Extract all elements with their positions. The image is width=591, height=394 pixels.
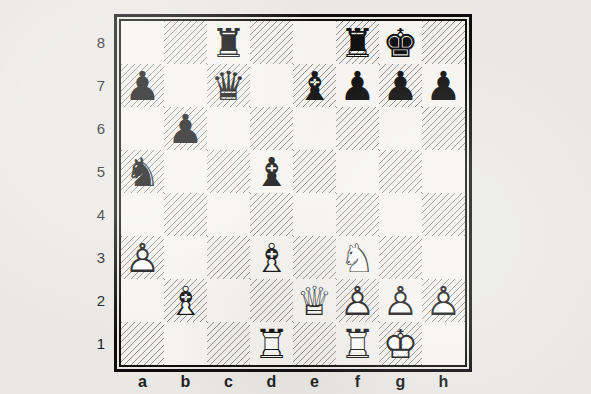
square-h7[interactable]: ♟ — [422, 64, 465, 107]
square-c4[interactable] — [207, 193, 250, 236]
square-h1[interactable] — [422, 322, 465, 365]
square-g6[interactable] — [379, 107, 422, 150]
square-a4[interactable] — [121, 193, 164, 236]
board-frame: ♜♜♚♟♛♝♟♟♟♟♞♝♟♙♝♗♞♘♝♗♛♕♟♙♟♙♟♙♜♖♜♖♚♔ — [114, 14, 472, 372]
file-label-f: f — [336, 372, 379, 392]
square-d7[interactable] — [250, 64, 293, 107]
board-inner-border: ♜♜♚♟♛♝♟♟♟♟♞♝♟♙♝♗♞♘♝♗♛♕♟♙♟♙♟♙♜♖♜♖♚♔ — [119, 19, 467, 367]
white-queen[interactable]: ♛♕ — [293, 279, 336, 322]
white-pawn[interactable]: ♟♙ — [336, 279, 379, 322]
black-rook[interactable]: ♜ — [207, 21, 250, 64]
black-pawn[interactable]: ♟ — [121, 64, 164, 107]
white-piece-outline: ♗ — [250, 236, 293, 279]
black-piece-glyph: ♜ — [336, 21, 379, 64]
white-pawn[interactable]: ♟♙ — [379, 279, 422, 322]
file-label-b: b — [164, 372, 207, 392]
square-e8[interactable] — [293, 21, 336, 64]
black-bishop[interactable]: ♝ — [293, 64, 336, 107]
square-b1[interactable] — [164, 322, 207, 365]
chess-diagram: 87654321 ♜♜♚♟♛♝♟♟♟♟♞♝♟♙♝♗♞♘♝♗♛♕♟♙♟♙♟♙♜♖♜… — [0, 0, 591, 394]
square-b8[interactable] — [164, 21, 207, 64]
square-b6[interactable]: ♟ — [164, 107, 207, 150]
white-piece-outline: ♘ — [336, 236, 379, 279]
square-c8[interactable]: ♜ — [207, 21, 250, 64]
black-piece-glyph: ♝ — [293, 64, 336, 107]
square-e7[interactable]: ♝ — [293, 64, 336, 107]
black-pawn[interactable]: ♟ — [422, 64, 465, 107]
white-piece-outline: ♙ — [121, 236, 164, 279]
rank-label-4: 4 — [92, 193, 110, 236]
square-f7[interactable]: ♟ — [336, 64, 379, 107]
file-label-e: e — [293, 372, 336, 392]
square-d8[interactable] — [250, 21, 293, 64]
square-e6[interactable] — [293, 107, 336, 150]
square-a6[interactable] — [121, 107, 164, 150]
square-b2[interactable]: ♝♗ — [164, 279, 207, 322]
white-piece-outline: ♗ — [164, 279, 207, 322]
chess-board: ♜♜♚♟♛♝♟♟♟♟♞♝♟♙♝♗♞♘♝♗♛♕♟♙♟♙♟♙♜♖♜♖♚♔ — [121, 21, 465, 365]
square-h5[interactable] — [422, 150, 465, 193]
black-pawn[interactable]: ♟ — [164, 107, 207, 150]
black-piece-glyph: ♞ — [121, 150, 164, 193]
white-piece-outline: ♕ — [293, 279, 336, 322]
square-a1[interactable] — [121, 322, 164, 365]
black-queen[interactable]: ♛ — [207, 64, 250, 107]
square-a5[interactable]: ♞ — [121, 150, 164, 193]
white-rook[interactable]: ♜♖ — [336, 322, 379, 365]
square-f8[interactable]: ♜ — [336, 21, 379, 64]
square-d3[interactable]: ♝♗ — [250, 236, 293, 279]
square-e1[interactable] — [293, 322, 336, 365]
square-h6[interactable] — [422, 107, 465, 150]
white-piece-outline: ♔ — [379, 322, 422, 365]
rank-label-6: 6 — [92, 107, 110, 150]
square-g7[interactable]: ♟ — [379, 64, 422, 107]
black-piece-glyph: ♟ — [121, 64, 164, 107]
square-g4[interactable] — [379, 193, 422, 236]
rank-label-2: 2 — [92, 279, 110, 322]
white-king[interactable]: ♚♔ — [379, 322, 422, 365]
square-f1[interactable]: ♜♖ — [336, 322, 379, 365]
square-d2[interactable] — [250, 279, 293, 322]
square-d1[interactable]: ♜♖ — [250, 322, 293, 365]
square-b5[interactable] — [164, 150, 207, 193]
square-e5[interactable] — [293, 150, 336, 193]
square-c3[interactable] — [207, 236, 250, 279]
black-bishop[interactable]: ♝ — [250, 150, 293, 193]
square-b4[interactable] — [164, 193, 207, 236]
file-label-d: d — [250, 372, 293, 392]
black-king[interactable]: ♚ — [379, 21, 422, 64]
square-h4[interactable] — [422, 193, 465, 236]
square-g8[interactable]: ♚ — [379, 21, 422, 64]
rank-label-1: 1 — [92, 322, 110, 365]
square-a3[interactable]: ♟♙ — [121, 236, 164, 279]
white-bishop[interactable]: ♝♗ — [164, 279, 207, 322]
square-d4[interactable] — [250, 193, 293, 236]
file-label-a: a — [121, 372, 164, 392]
file-label-g: g — [379, 372, 422, 392]
square-g2[interactable]: ♟♙ — [379, 279, 422, 322]
square-f4[interactable] — [336, 193, 379, 236]
black-piece-glyph: ♝ — [250, 150, 293, 193]
square-a8[interactable] — [121, 21, 164, 64]
white-pawn[interactable]: ♟♙ — [422, 279, 465, 322]
square-b3[interactable] — [164, 236, 207, 279]
square-e4[interactable] — [293, 193, 336, 236]
white-piece-outline: ♖ — [250, 322, 293, 365]
black-piece-glyph: ♛ — [207, 64, 250, 107]
square-h3[interactable] — [422, 236, 465, 279]
square-c6[interactable] — [207, 107, 250, 150]
file-label-c: c — [207, 372, 250, 392]
rank-label-8: 8 — [92, 21, 110, 64]
square-f3[interactable]: ♞♘ — [336, 236, 379, 279]
square-d5[interactable]: ♝ — [250, 150, 293, 193]
square-g1[interactable]: ♚♔ — [379, 322, 422, 365]
rank-label-3: 3 — [92, 236, 110, 279]
black-pawn[interactable]: ♟ — [336, 64, 379, 107]
square-d6[interactable] — [250, 107, 293, 150]
file-labels: abcdefgh — [121, 372, 465, 392]
white-piece-outline: ♙ — [336, 279, 379, 322]
white-pawn[interactable]: ♟♙ — [121, 236, 164, 279]
black-rook[interactable]: ♜ — [336, 21, 379, 64]
square-c2[interactable] — [207, 279, 250, 322]
square-h8[interactable] — [422, 21, 465, 64]
square-f2[interactable]: ♟♙ — [336, 279, 379, 322]
file-label-h: h — [422, 372, 465, 392]
square-c5[interactable] — [207, 150, 250, 193]
square-g5[interactable] — [379, 150, 422, 193]
rank-label-5: 5 — [92, 150, 110, 193]
black-piece-glyph: ♟ — [336, 64, 379, 107]
black-piece-glyph: ♚ — [379, 21, 422, 64]
square-a2[interactable] — [121, 279, 164, 322]
square-c1[interactable] — [207, 322, 250, 365]
black-piece-glyph: ♟ — [379, 64, 422, 107]
white-knight[interactable]: ♞♘ — [336, 236, 379, 279]
rank-label-7: 7 — [92, 64, 110, 107]
black-pawn[interactable]: ♟ — [379, 64, 422, 107]
black-piece-glyph: ♟ — [164, 107, 207, 150]
white-piece-outline: ♙ — [379, 279, 422, 322]
white-bishop[interactable]: ♝♗ — [250, 236, 293, 279]
white-piece-outline: ♖ — [336, 322, 379, 365]
square-e3[interactable] — [293, 236, 336, 279]
square-a7[interactable]: ♟ — [121, 64, 164, 107]
square-b7[interactable] — [164, 64, 207, 107]
white-piece-outline: ♙ — [422, 279, 465, 322]
square-f6[interactable] — [336, 107, 379, 150]
rank-labels: 87654321 — [92, 21, 110, 365]
black-knight[interactable]: ♞ — [121, 150, 164, 193]
square-c7[interactable]: ♛ — [207, 64, 250, 107]
square-g3[interactable] — [379, 236, 422, 279]
square-f5[interactable] — [336, 150, 379, 193]
black-piece-glyph: ♟ — [422, 64, 465, 107]
black-piece-glyph: ♜ — [207, 21, 250, 64]
square-h2[interactable]: ♟♙ — [422, 279, 465, 322]
square-e2[interactable]: ♛♕ — [293, 279, 336, 322]
white-rook[interactable]: ♜♖ — [250, 322, 293, 365]
